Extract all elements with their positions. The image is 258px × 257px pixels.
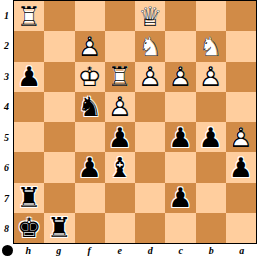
square-d4 [135, 92, 165, 122]
square-h3: ♟ [14, 62, 44, 92]
piece-glyph-outline: ♙ [229, 124, 253, 151]
white-pawn-c3: ♟♙ [165, 62, 195, 92]
square-f8 [75, 213, 105, 243]
square-g4 [44, 92, 74, 122]
rank-label-8: 8 [0, 214, 13, 245]
piece-glyph: ♟ [168, 124, 192, 151]
piece-glyph-outline: ♕ [138, 3, 162, 30]
square-a4 [226, 92, 256, 122]
square-g1 [44, 1, 74, 31]
square-b4 [196, 92, 226, 122]
square-d2: ♞♘ [135, 31, 165, 61]
piece-glyph-outline: ♙ [78, 33, 102, 60]
square-g5 [44, 122, 74, 152]
white-rook-e3: ♜♖ [105, 62, 135, 92]
square-h6 [14, 152, 44, 182]
white-pawn-d3: ♟♙ [135, 62, 165, 92]
black-pawn-a6: ♟ [226, 152, 256, 182]
square-b1 [196, 1, 226, 31]
square-b7 [196, 183, 226, 213]
file-label-e: e [105, 244, 136, 257]
square-c5: ♟ [165, 122, 195, 152]
file-labels: hgfedcba [13, 244, 257, 257]
piece-glyph: ♟ [199, 124, 223, 151]
square-a6: ♟ [226, 152, 256, 182]
piece-glyph-outline: ♙ [108, 93, 132, 120]
piece-glyph-outline: ♖ [108, 63, 132, 90]
piece-glyph-outline: ♖ [17, 3, 41, 30]
piece-glyph-outline: ♙ [199, 63, 223, 90]
square-g7 [44, 183, 74, 213]
rank-label-3: 3 [0, 61, 13, 92]
piece-glyph: ♟ [17, 63, 41, 90]
rank-label-6: 6 [0, 153, 13, 184]
piece-glyph: ♟ [108, 124, 132, 151]
rank-label-4: 4 [0, 92, 13, 123]
square-e7 [105, 183, 135, 213]
square-f1 [75, 1, 105, 31]
square-e3: ♜♖ [105, 62, 135, 92]
piece-glyph: ♟ [168, 184, 192, 211]
square-f6: ♟ [75, 152, 105, 182]
square-a5: ♟♙ [226, 122, 256, 152]
piece-glyph-outline: ♔ [78, 63, 102, 90]
file-label-b: b [196, 244, 227, 257]
square-c3: ♟♙ [165, 62, 195, 92]
square-d6 [135, 152, 165, 182]
black-king-h8: ♚ [14, 213, 44, 243]
square-h2 [14, 31, 44, 61]
square-a7 [226, 183, 256, 213]
white-knight-d2: ♞♘ [135, 31, 165, 61]
piece-glyph-outline: ♙ [168, 63, 192, 90]
square-e1 [105, 1, 135, 31]
square-b2: ♞♘ [196, 31, 226, 61]
white-pawn-a5: ♟♙ [226, 122, 256, 152]
square-d3: ♟♙ [135, 62, 165, 92]
square-c4 [165, 92, 195, 122]
black-pawn-c7: ♟ [165, 183, 195, 213]
rank-label-2: 2 [0, 31, 13, 62]
square-c7: ♟ [165, 183, 195, 213]
chess-diagram: 12345678 ♜♖♛♕♟♙♞♘♞♘♟♚♔♜♖♟♙♟♙♟♙♞♟♙♟♟♟♟♙♟♝… [0, 0, 257, 257]
black-knight-f4: ♞ [75, 92, 105, 122]
square-h7: ♜ [14, 183, 44, 213]
square-b6 [196, 152, 226, 182]
black-pawn-e5: ♟ [105, 122, 135, 152]
file-label-d: d [135, 244, 166, 257]
black-rook-h7: ♜ [14, 183, 44, 213]
square-c6 [165, 152, 195, 182]
black-bishop-e6: ♝ [105, 152, 135, 182]
file-label-f: f [74, 244, 105, 257]
square-g6 [44, 152, 74, 182]
black-pawn-f6: ♟ [75, 152, 105, 182]
square-e5: ♟ [105, 122, 135, 152]
square-g3 [44, 62, 74, 92]
piece-glyph: ♟ [229, 154, 253, 181]
white-queen-d1: ♛♕ [135, 1, 165, 31]
square-e2 [105, 31, 135, 61]
black-pawn-c5: ♟ [165, 122, 195, 152]
square-e8 [105, 213, 135, 243]
square-f3: ♚♔ [75, 62, 105, 92]
black-rook-g8: ♜ [44, 213, 74, 243]
square-a8 [226, 213, 256, 243]
square-c8 [165, 213, 195, 243]
piece-glyph-outline: ♘ [199, 33, 223, 60]
square-g2 [44, 31, 74, 61]
rank-labels: 12345678 [0, 0, 13, 244]
square-f5 [75, 122, 105, 152]
square-h1: ♜♖ [14, 1, 44, 31]
file-label-g: g [44, 244, 75, 257]
chess-board: ♜♖♛♕♟♙♞♘♞♘♟♚♔♜♖♟♙♟♙♟♙♞♟♙♟♟♟♟♙♟♝♟♜♟♚♜ [13, 0, 257, 244]
square-d8 [135, 213, 165, 243]
square-h8: ♚ [14, 213, 44, 243]
white-king-f3: ♚♔ [75, 62, 105, 92]
square-f7 [75, 183, 105, 213]
piece-glyph: ♟ [78, 154, 102, 181]
square-f4: ♞ [75, 92, 105, 122]
square-a2 [226, 31, 256, 61]
white-pawn-e4: ♟♙ [105, 92, 135, 122]
square-a1 [226, 1, 256, 31]
square-c2 [165, 31, 195, 61]
piece-glyph: ♜ [47, 214, 71, 241]
piece-glyph: ♚ [17, 214, 41, 241]
rank-label-7: 7 [0, 183, 13, 214]
file-label-c: c [166, 244, 197, 257]
square-b5: ♟ [196, 122, 226, 152]
white-pawn-f2: ♟♙ [75, 31, 105, 61]
square-d1: ♛♕ [135, 1, 165, 31]
piece-glyph-outline: ♘ [138, 33, 162, 60]
square-f2: ♟♙ [75, 31, 105, 61]
white-rook-h1: ♜♖ [14, 1, 44, 31]
square-e4: ♟♙ [105, 92, 135, 122]
square-a3 [226, 62, 256, 92]
file-label-a: a [227, 244, 258, 257]
white-pawn-b3: ♟♙ [196, 62, 226, 92]
white-knight-b2: ♞♘ [196, 31, 226, 61]
piece-glyph: ♜ [17, 184, 41, 211]
file-label-h: h [13, 244, 44, 257]
square-h4 [14, 92, 44, 122]
square-d7 [135, 183, 165, 213]
piece-glyph: ♝ [108, 154, 132, 181]
black-to-move-indicator [2, 245, 13, 256]
black-pawn-b5: ♟ [196, 122, 226, 152]
square-g8: ♜ [44, 213, 74, 243]
rank-label-5: 5 [0, 122, 13, 153]
square-d5 [135, 122, 165, 152]
square-h5 [14, 122, 44, 152]
square-e6: ♝ [105, 152, 135, 182]
piece-glyph-outline: ♙ [138, 63, 162, 90]
square-c1 [165, 1, 195, 31]
piece-glyph: ♞ [78, 93, 102, 120]
black-pawn-h3: ♟ [14, 62, 44, 92]
square-b3: ♟♙ [196, 62, 226, 92]
square-b8 [196, 213, 226, 243]
rank-label-1: 1 [0, 0, 13, 31]
